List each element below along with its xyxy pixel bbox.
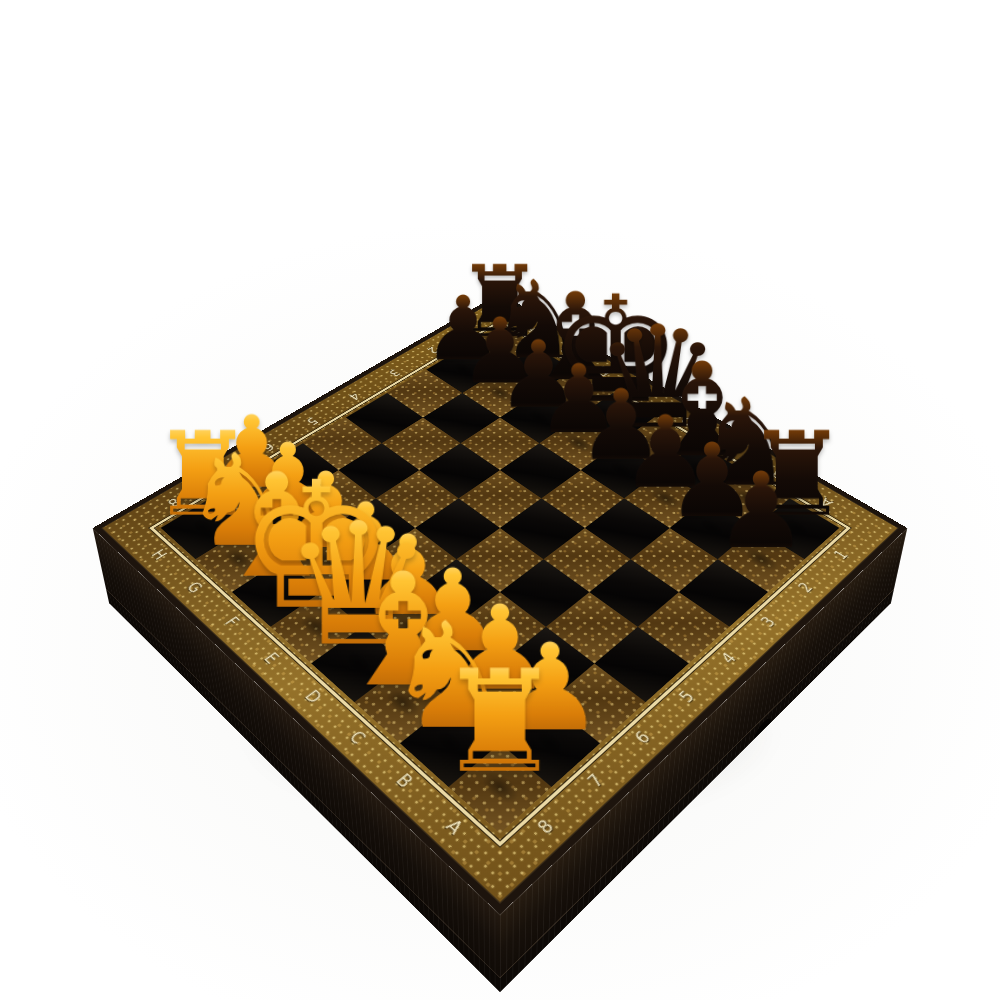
pieces-layer: ♜♞♝♚♛♝♞♜♟♟♟♟♟♟♟♟♟♟♟♟♟♟♟♟♜♞♝♚♛♝♞♜ xyxy=(161,326,840,834)
product-photo-stage: HGFEDCBA HGFEDCBA 12345678 12345678 ♜♞♝♚… xyxy=(0,0,1000,1000)
dark-pawn-glyph: ♟ xyxy=(679,459,843,564)
amber-rook-glyph: ♜ xyxy=(403,652,598,793)
scene: HGFEDCBA HGFEDCBA 12345678 12345678 ♜♞♝♚… xyxy=(0,0,1000,1000)
board-top: HGFEDCBA HGFEDCBA 12345678 12345678 ♜♞♝♚… xyxy=(93,293,908,914)
